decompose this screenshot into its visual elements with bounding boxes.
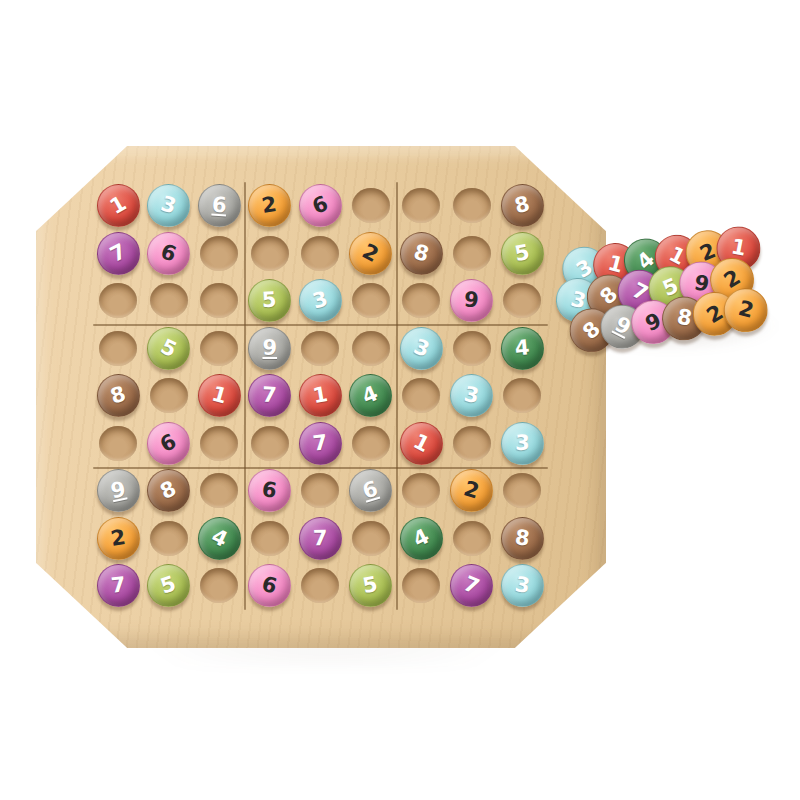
peg-r4c4[interactable]: 9 [248,327,291,370]
peg-r2c9[interactable]: 5 [501,232,544,275]
peg-r1c9[interactable]: 8 [501,184,544,227]
cell-r7c7[interactable] [396,467,447,515]
peg-digit: 3 [411,336,432,361]
peg-r8c7[interactable]: 4 [400,517,443,560]
peg-r9c8[interactable]: 7 [450,564,493,607]
cell-r7c2[interactable]: 8 [144,467,195,515]
hole-r2c8 [453,236,491,271]
cell-r8c4[interactable] [245,515,296,563]
peg-r3c5[interactable]: 3 [299,279,342,322]
box-divider-vertical-1 [244,182,246,610]
cell-r5c4[interactable]: 7 [245,372,296,420]
peg-r9c4[interactable]: 6 [248,564,291,607]
peg-digit: 1 [605,252,625,276]
peg-r6c5[interactable]: 7 [299,422,342,465]
peg-digit: 6 [157,431,180,456]
hole-r2c4 [251,236,289,271]
cell-r9c5[interactable] [295,562,346,610]
peg-r1c5[interactable]: 6 [299,184,342,227]
box-divider-vertical-2 [396,182,398,610]
peg-r7c4[interactable]: 6 [248,469,291,512]
peg-r1c1[interactable]: 1 [97,184,140,227]
hole-r6c1 [99,426,137,461]
cell-r1c3[interactable]: 6 [194,182,245,230]
hole-r6c3 [200,426,238,461]
peg-r3c8[interactable]: 9 [450,279,493,322]
hole-r5c2 [150,378,188,413]
peg-digit: 9 [109,479,128,503]
peg-r1c3[interactable]: 6 [198,184,241,227]
cell-r4c3[interactable] [194,325,245,373]
box-divider-horizontal-2 [93,467,548,469]
peg-r1c2[interactable]: 3 [147,184,190,227]
cell-r8c5[interactable]: 7 [295,515,346,563]
peg-digit: 7 [110,575,127,597]
hole-r6c6 [352,426,390,461]
peg-r9c1[interactable]: 7 [97,564,140,607]
hole-r3c6 [352,283,390,318]
hole-r4c3 [200,331,238,366]
cell-r1c7[interactable] [396,182,447,230]
cell-r8c1[interactable]: 2 [93,515,144,563]
cell-r5c8[interactable]: 3 [447,372,498,420]
cell-r5c1[interactable]: 8 [93,372,144,420]
cell-r1c9[interactable]: 8 [497,182,548,230]
peg-digit: 9 [464,290,480,312]
peg-digit: 4 [514,337,530,359]
cell-r3c5[interactable]: 3 [295,277,346,325]
cell-r4c9[interactable]: 4 [497,325,548,373]
cell-r4c6[interactable] [346,325,397,373]
peg-digit: 1 [729,236,747,259]
cell-r2c4[interactable] [245,230,296,278]
peg-r7c8[interactable]: 2 [450,469,493,512]
cell-r8c7[interactable]: 4 [396,515,447,563]
hole-r3c7 [402,283,440,318]
peg-r7c6[interactable]: 6 [349,469,392,512]
peg-digit: 7 [461,573,483,598]
peg-digit: 2 [261,194,279,217]
peg-digit: 1 [209,384,229,408]
hole-r8c6 [352,521,390,556]
cell-r5c3[interactable]: 1 [194,372,245,420]
cell-r3c3[interactable] [194,277,245,325]
cell-r2c2[interactable]: 6 [144,230,195,278]
cell-r9c2[interactable]: 5 [144,562,195,610]
peg-digit: 8 [514,527,531,550]
cell-r9c7[interactable] [396,562,447,610]
hole-r5c7 [402,378,440,413]
peg-r2c2[interactable]: 6 [147,232,190,275]
hole-r4c8 [453,331,491,366]
cell-r6c1[interactable] [93,420,144,468]
cell-r3c7[interactable] [396,277,447,325]
cell-r4c2[interactable]: 5 [144,325,195,373]
cell-r7c1[interactable]: 9 [93,467,144,515]
hole-r1c8 [453,188,491,223]
peg-digit: 7 [107,241,130,266]
cell-r5c9[interactable] [497,372,548,420]
peg-r2c6[interactable]: 2 [349,232,392,275]
cell-r6c8[interactable] [447,420,498,468]
hole-r6c8 [453,426,491,461]
cell-r4c8[interactable] [447,325,498,373]
peg-digit: 4 [208,526,230,551]
peg-r5c6[interactable]: 4 [349,374,392,417]
cell-r8c9[interactable]: 8 [497,515,548,563]
hole-r8c4 [251,521,289,556]
peg-r1c4[interactable]: 2 [248,184,291,227]
product-photo-scene: 1362687628553959348171436713986622474875… [0,0,800,800]
cell-r3c6[interactable] [346,277,397,325]
peg-r5c1[interactable]: 8 [97,374,140,417]
hole-r4c5 [301,331,339,366]
cell-r1c6[interactable] [346,182,397,230]
hole-r2c5 [301,236,339,271]
peg-digit: 2 [359,241,382,266]
peg-r5c3[interactable]: 1 [198,374,241,417]
cell-r2c1[interactable]: 7 [93,230,144,278]
peg-digit: 8 [108,384,128,408]
cell-r1c8[interactable] [447,182,498,230]
cell-r9c1[interactable]: 7 [93,562,144,610]
peg-digit: 6 [361,479,381,503]
cell-r6c9[interactable]: 3 [497,420,548,468]
peg-digit: 8 [158,478,180,503]
peg-digit: 4 [360,383,382,408]
peg-digit: 3 [310,289,330,313]
peg-digit: 8 [513,194,532,218]
peg-r2c7[interactable]: 8 [400,232,443,275]
hole-r9c3 [200,568,238,603]
cell-r2c6[interactable]: 2 [346,230,397,278]
peg-r6c2[interactable]: 6 [147,422,190,465]
peg-r6c7[interactable]: 1 [400,422,443,465]
cell-r9c6[interactable]: 5 [346,562,397,610]
cell-r7c5[interactable] [295,467,346,515]
cell-r5c6[interactable]: 4 [346,372,397,420]
peg-r5c8[interactable]: 3 [450,374,493,417]
cell-r9c8[interactable]: 7 [447,562,498,610]
cell-r6c5[interactable]: 7 [295,420,346,468]
cell-r8c8[interactable] [447,515,498,563]
cell-r7c9[interactable] [497,467,548,515]
cell-r7c8[interactable]: 2 [447,467,498,515]
hole-r7c9 [503,473,541,508]
peg-digit: 3 [515,433,530,454]
peg-digit: 3 [513,574,531,597]
peg-r8c5[interactable]: 7 [299,517,342,560]
hole-r4c1 [99,331,137,366]
hole-r4c6 [352,331,390,366]
hole-r8c8 [453,521,491,556]
peg-digit: 6 [310,193,331,218]
peg-digit: 2 [736,298,756,322]
peg-digit: 1 [311,384,329,407]
peg-r6c9[interactable]: 3 [501,422,544,465]
cell-r2c8[interactable] [447,230,498,278]
cell-r5c7[interactable] [396,372,447,420]
hole-r2c3 [200,236,238,271]
peg-r5c5[interactable]: 1 [299,374,342,417]
peg-digit: 5 [262,290,278,312]
pile-peg-row3-6[interactable]: 2 [723,287,769,333]
cell-r7c3[interactable] [194,467,245,515]
peg-digit: 5 [513,242,531,265]
peg-digit: 7 [312,432,329,455]
cell-r3c4[interactable]: 5 [245,277,296,325]
cell-r5c2[interactable] [144,372,195,420]
cell-r9c9[interactable]: 3 [497,562,548,610]
cell-r7c4[interactable]: 6 [245,467,296,515]
peg-r5c4[interactable]: 7 [248,374,291,417]
cell-r3c2[interactable] [144,277,195,325]
cell-r2c9[interactable]: 5 [497,230,548,278]
cell-r1c4[interactable]: 2 [245,182,296,230]
peg-digit: 9 [262,338,277,359]
cell-r7c6[interactable]: 6 [346,467,397,515]
peg-r7c1[interactable]: 9 [97,469,140,512]
peg-digit: 6 [261,479,279,502]
cell-r1c5[interactable]: 6 [295,182,346,230]
hole-r3c1 [99,283,137,318]
peg-digit: 1 [410,431,433,456]
peg-digit: 6 [211,195,227,217]
cell-r8c6[interactable] [346,515,397,563]
hole-r3c2 [150,283,188,318]
cell-r6c4[interactable] [245,420,296,468]
hole-r6c4 [251,426,289,461]
cell-r2c7[interactable]: 8 [396,230,447,278]
peg-r8c3[interactable]: 4 [198,517,241,560]
cell-r4c7[interactable]: 3 [396,325,447,373]
hole-r9c5 [301,568,339,603]
peg-r9c6[interactable]: 5 [349,564,392,607]
peg-r8c9[interactable]: 8 [501,517,544,560]
cell-r1c1[interactable]: 1 [93,182,144,230]
hole-r7c3 [200,473,238,508]
hole-r9c7 [402,568,440,603]
peg-digit: 9 [692,272,710,295]
box-divider-horizontal-1 [93,324,548,326]
hole-r3c9 [503,283,541,318]
cell-r9c3[interactable] [194,562,245,610]
peg-r8c1[interactable]: 2 [97,517,140,560]
peg-digit: 3 [159,194,179,218]
peg-r9c9[interactable]: 3 [501,564,544,607]
peg-r9c2[interactable]: 5 [147,564,190,607]
hole-r1c6 [352,188,390,223]
peg-digit: 6 [260,574,280,598]
cell-r5c5[interactable]: 1 [295,372,346,420]
peg-digit: 6 [158,241,179,266]
cell-r3c1[interactable] [93,277,144,325]
cell-r9c4[interactable]: 6 [245,562,296,610]
peg-digit: 7 [262,385,278,407]
sudoku-board: 1362687628553959348171436713986622474875… [36,146,606,648]
cell-r6c6[interactable] [346,420,397,468]
spare-pegs-pile: 314121387592899822 [553,234,795,364]
cell-r6c7[interactable]: 1 [396,420,447,468]
hole-r1c7 [402,188,440,223]
cell-r6c3[interactable] [194,420,245,468]
cell-r2c3[interactable] [194,230,245,278]
peg-digit: 5 [158,336,180,361]
peg-digit: 8 [675,306,693,329]
peg-digit: 4 [410,526,433,551]
cell-r8c3[interactable]: 4 [194,515,245,563]
peg-digit: 9 [611,314,634,339]
cell-r4c4[interactable]: 9 [245,325,296,373]
peg-digit: 2 [462,479,482,503]
peg-r3c4[interactable]: 5 [248,279,291,322]
peg-digit: 1 [107,193,130,218]
cell-r4c1[interactable] [93,325,144,373]
peg-digit: 2 [109,527,127,550]
hole-r7c7 [402,473,440,508]
cell-r8c2[interactable] [144,515,195,563]
cell-r6c2[interactable]: 6 [144,420,195,468]
sudoku-grid: 1362687628553959348171436713986622474875… [93,182,548,610]
cell-r3c8[interactable]: 9 [447,277,498,325]
hole-r7c5 [301,473,339,508]
hole-r5c9 [503,378,541,413]
hole-r3c3 [200,283,238,318]
cell-r1c2[interactable]: 3 [144,182,195,230]
peg-r4c2[interactable]: 5 [147,327,190,370]
cell-r2c5[interactable] [295,230,346,278]
peg-digit: 7 [313,528,328,549]
peg-r4c9[interactable]: 4 [501,327,544,370]
peg-r4c7[interactable]: 3 [400,327,443,370]
hole-r8c2 [150,521,188,556]
peg-digit: 3 [463,384,481,407]
cell-r4c5[interactable] [295,325,346,373]
peg-digit: 9 [642,310,664,335]
peg-digit: 8 [411,241,431,265]
peg-digit: 5 [158,573,179,598]
cell-r3c9[interactable] [497,277,548,325]
peg-r2c1[interactable]: 7 [97,232,140,275]
peg-digit: 5 [362,574,380,597]
peg-r7c2[interactable]: 8 [147,469,190,512]
